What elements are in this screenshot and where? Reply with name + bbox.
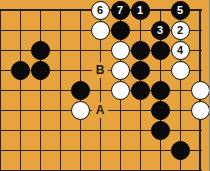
grid-line-horizontal [0,130,202,131]
grid-line-horizontal [0,170,202,171]
black-stone [131,41,150,60]
black-stone-move-7: 7 [111,1,130,20]
black-stone [31,61,50,80]
point-label-A: A [92,102,108,118]
black-stone-move-3: 3 [151,21,170,40]
black-stone [151,101,170,120]
grid-line-horizontal [0,90,202,91]
grid-line-vertical [40,9,41,171]
white-stone [111,61,130,80]
black-stone [111,21,130,40]
black-stone [131,81,150,100]
white-stone [191,101,210,120]
white-stone-move-4: 4 [171,41,190,60]
black-stone [31,41,50,60]
black-stone-move-1: 1 [131,1,150,20]
black-stone [151,121,170,140]
white-stone-move-2: 2 [171,21,190,40]
white-stone-move-6: 6 [91,1,110,20]
go-board-diagram: 6715324AB [0,0,209,171]
black-stone [151,41,170,60]
grid-line-vertical [20,9,21,171]
grid-line-vertical [0,9,1,171]
white-stone [71,101,90,120]
black-stone [151,81,170,100]
white-stone [191,81,210,100]
black-stone [71,81,90,100]
black-stone [171,141,190,160]
black-stone [11,61,30,80]
white-stone [171,61,190,80]
black-stone-move-5: 5 [171,1,190,20]
black-stone [131,61,150,80]
grid-line-vertical [60,9,61,171]
white-stone [91,21,110,40]
white-stone [111,41,130,60]
white-stone [111,81,130,100]
point-label-B: B [92,62,108,78]
